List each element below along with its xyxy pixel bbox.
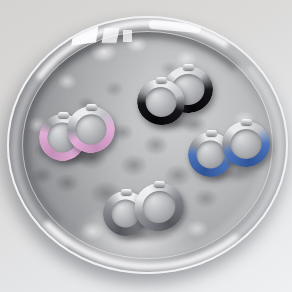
silver-trinket-dish [7, 16, 288, 274]
hoop-clasp [206, 130, 217, 136]
hoop-clasp [86, 104, 97, 110]
hoop-clasp [121, 189, 132, 195]
photo-earrings-on-tray [0, 0, 292, 292]
huggie-hoop-left [137, 79, 185, 125]
hoop-clasp [156, 77, 167, 83]
hoop-clasp [183, 64, 194, 70]
hoop-clasp [241, 119, 252, 125]
hoop-clasp [154, 181, 165, 187]
window-reflection [123, 30, 132, 42]
window-reflection [71, 24, 98, 45]
huggie-hoop-right [67, 106, 115, 153]
window-reflection [101, 28, 119, 43]
earring-pair-pink [39, 105, 117, 169]
earring-pair-black [135, 65, 215, 135]
huggie-hoop-right [134, 183, 184, 231]
huggie-hoop-right [222, 121, 270, 167]
earring-pair-silver [103, 183, 185, 247]
hoop-ring [219, 118, 273, 170]
